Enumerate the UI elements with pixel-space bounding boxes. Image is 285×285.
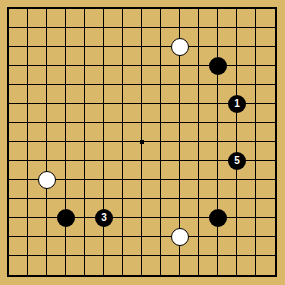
stone-black[interactable] <box>209 57 227 75</box>
stone-white[interactable] <box>171 228 189 246</box>
stone-black[interactable] <box>57 209 75 227</box>
stone-black[interactable]: 5 <box>228 152 246 170</box>
stone-black[interactable]: 1 <box>228 95 246 113</box>
stone-white[interactable] <box>38 171 56 189</box>
move-number: 1 <box>234 99 240 109</box>
stone-white[interactable] <box>171 38 189 56</box>
star-point <box>140 140 144 144</box>
stone-black[interactable]: 3 <box>95 209 113 227</box>
stone-black[interactable] <box>209 209 227 227</box>
move-number: 5 <box>234 156 240 166</box>
go-board[interactable]: 153 <box>7 7 277 277</box>
board-overlay: 153 <box>9 9 275 275</box>
move-number: 3 <box>101 213 107 223</box>
go-diagram: 153 <box>0 0 285 285</box>
